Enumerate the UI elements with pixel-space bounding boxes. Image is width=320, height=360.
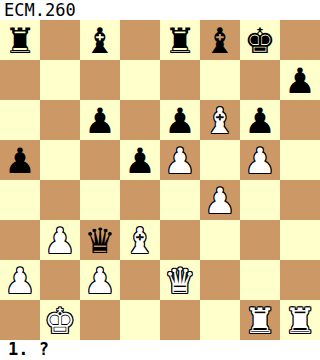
chess-app-window: ECM.260 ♜♝♜♝♚♟♟♟♝♟♟♟♟♟♟♟♛♝♟♟♛♚♜♜ 1. ?	[0, 0, 320, 360]
piece-white-pawn[interactable]: ♟	[80, 260, 120, 300]
square-h2[interactable]	[280, 260, 320, 300]
square-g7[interactable]	[240, 60, 280, 100]
square-c1[interactable]	[80, 300, 120, 340]
square-b5[interactable]	[40, 140, 80, 180]
piece-white-rook[interactable]: ♜	[240, 300, 280, 340]
square-f3[interactable]	[200, 220, 240, 260]
piece-white-pawn[interactable]: ♟	[0, 260, 40, 300]
piece-white-pawn[interactable]: ♟	[240, 140, 280, 180]
square-d8[interactable]	[120, 20, 160, 60]
square-a4[interactable]	[0, 180, 40, 220]
piece-black-pawn[interactable]: ♟	[80, 100, 120, 140]
piece-black-pawn[interactable]: ♟	[240, 100, 280, 140]
square-g3[interactable]	[240, 220, 280, 260]
square-e2[interactable]: ♛	[160, 260, 200, 300]
square-h6[interactable]	[280, 100, 320, 140]
square-d1[interactable]	[120, 300, 160, 340]
square-e3[interactable]	[160, 220, 200, 260]
square-b7[interactable]	[40, 60, 80, 100]
piece-white-bishop[interactable]: ♝	[120, 220, 160, 260]
square-f6[interactable]: ♝	[200, 100, 240, 140]
piece-black-rook[interactable]: ♜	[0, 20, 40, 60]
square-e8[interactable]: ♜	[160, 20, 200, 60]
square-d5[interactable]: ♟	[120, 140, 160, 180]
square-c5[interactable]	[80, 140, 120, 180]
move-prompt: 1. ?	[0, 340, 320, 360]
piece-white-bishop[interactable]: ♝	[200, 100, 240, 140]
square-f5[interactable]	[200, 140, 240, 180]
square-c6[interactable]: ♟	[80, 100, 120, 140]
chess-board: ♜♝♜♝♚♟♟♟♝♟♟♟♟♟♟♟♛♝♟♟♛♚♜♜	[0, 20, 320, 340]
piece-black-bishop[interactable]: ♝	[80, 20, 120, 60]
square-b4[interactable]	[40, 180, 80, 220]
square-h7[interactable]: ♟	[280, 60, 320, 100]
square-h1[interactable]: ♜	[280, 300, 320, 340]
square-h5[interactable]	[280, 140, 320, 180]
square-f1[interactable]	[200, 300, 240, 340]
square-b6[interactable]	[40, 100, 80, 140]
piece-black-rook[interactable]: ♜	[160, 20, 200, 60]
piece-white-pawn[interactable]: ♟	[40, 220, 80, 260]
square-c8[interactable]: ♝	[80, 20, 120, 60]
square-a1[interactable]	[0, 300, 40, 340]
square-b8[interactable]	[40, 20, 80, 60]
piece-black-bishop[interactable]: ♝	[200, 20, 240, 60]
square-d4[interactable]	[120, 180, 160, 220]
square-e7[interactable]	[160, 60, 200, 100]
piece-black-pawn[interactable]: ♟	[0, 140, 40, 180]
piece-black-pawn[interactable]: ♟	[120, 140, 160, 180]
square-d6[interactable]	[120, 100, 160, 140]
square-g8[interactable]: ♚	[240, 20, 280, 60]
square-d2[interactable]	[120, 260, 160, 300]
piece-white-pawn[interactable]: ♟	[160, 140, 200, 180]
square-g6[interactable]: ♟	[240, 100, 280, 140]
square-a5[interactable]: ♟	[0, 140, 40, 180]
square-f8[interactable]: ♝	[200, 20, 240, 60]
square-h3[interactable]	[280, 220, 320, 260]
piece-black-pawn[interactable]: ♟	[280, 60, 320, 100]
piece-black-king[interactable]: ♚	[240, 20, 280, 60]
square-a2[interactable]: ♟	[0, 260, 40, 300]
square-a3[interactable]	[0, 220, 40, 260]
square-f7[interactable]	[200, 60, 240, 100]
square-g5[interactable]: ♟	[240, 140, 280, 180]
square-e1[interactable]	[160, 300, 200, 340]
square-a7[interactable]	[0, 60, 40, 100]
square-c2[interactable]: ♟	[80, 260, 120, 300]
square-e5[interactable]: ♟	[160, 140, 200, 180]
square-g1[interactable]: ♜	[240, 300, 280, 340]
piece-white-king[interactable]: ♚	[40, 300, 80, 340]
square-e6[interactable]: ♟	[160, 100, 200, 140]
square-e4[interactable]	[160, 180, 200, 220]
square-g4[interactable]	[240, 180, 280, 220]
square-d7[interactable]	[120, 60, 160, 100]
square-c3[interactable]: ♛	[80, 220, 120, 260]
piece-white-queen[interactable]: ♛	[160, 260, 200, 300]
square-c4[interactable]	[80, 180, 120, 220]
square-d3[interactable]: ♝	[120, 220, 160, 260]
piece-black-queen[interactable]: ♛	[80, 220, 120, 260]
square-a6[interactable]	[0, 100, 40, 140]
piece-black-pawn[interactable]: ♟	[160, 100, 200, 140]
square-f4[interactable]: ♟	[200, 180, 240, 220]
piece-white-pawn[interactable]: ♟	[200, 180, 240, 220]
square-c7[interactable]	[80, 60, 120, 100]
square-b2[interactable]	[40, 260, 80, 300]
square-b3[interactable]: ♟	[40, 220, 80, 260]
square-f2[interactable]	[200, 260, 240, 300]
square-g2[interactable]	[240, 260, 280, 300]
page-title: ECM.260	[0, 0, 320, 20]
square-h8[interactable]	[280, 20, 320, 60]
square-h4[interactable]	[280, 180, 320, 220]
square-a8[interactable]: ♜	[0, 20, 40, 60]
piece-white-rook[interactable]: ♜	[280, 300, 320, 340]
square-b1[interactable]: ♚	[40, 300, 80, 340]
